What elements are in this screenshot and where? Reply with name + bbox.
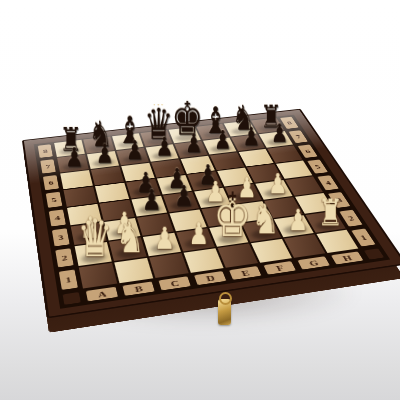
light-knight-f2[interactable]: ♞	[251, 200, 279, 239]
board-corner	[63, 292, 81, 305]
square-a6[interactable]	[60, 170, 93, 189]
square-e2[interactable]: ♚✚	[209, 224, 248, 247]
dark-pawn-d7[interactable]: ♟	[156, 135, 174, 160]
light-pawn-c2[interactable]: ♟	[154, 225, 175, 254]
square-d1[interactable]	[184, 248, 224, 273]
square-h2[interactable]: ♜	[305, 211, 345, 233]
dark-pawn-b7[interactable]: ♟	[96, 142, 114, 167]
square-d7[interactable]: ♟	[146, 144, 179, 161]
dark-pawn-c4[interactable]: ♟	[142, 187, 162, 214]
file-label-f: F	[264, 261, 297, 275]
square-b1[interactable]	[114, 258, 153, 283]
rank-label-left-6: 6	[43, 175, 59, 190]
file-label-h: H	[331, 251, 364, 264]
dark-pawn-e7[interactable]: ♟	[185, 132, 203, 156]
product-photo: 8♜♞♝♛•••♚♝♞♜87♟♟♟♟♟♟♟♟7665♟♟♟54♟♟♟♟♟43♟♟…	[0, 0, 400, 400]
rank-label-left-8: 8	[38, 144, 53, 158]
file-label-c: C	[159, 276, 191, 290]
dark-pawn-h7[interactable]: ♟	[271, 122, 289, 146]
square-g7[interactable]: ♟	[231, 134, 265, 151]
dark-pawn-d4[interactable]: ♟	[174, 183, 194, 210]
light-queen-a2[interactable]: ♛	[77, 214, 113, 263]
square-f1[interactable]	[251, 239, 292, 263]
light-pawn-d2[interactable]: ♟	[188, 220, 209, 248]
square-c2[interactable]: ♟	[143, 233, 181, 256]
chess-board: 8♜♞♝♛•••♚♝♞♜87♟♟♟♟♟♟♟♟7665♟♟♟54♟♟♟♟♟43♟♟…	[22, 109, 400, 319]
dark-pawn-c7[interactable]: ♟	[126, 138, 144, 163]
board-grid: 8♜♞♝♛•••♚♝♞♜87♟♟♟♟♟♟♟♟7665♟♟♟54♟♟♟♟♟43♟♟…	[34, 115, 390, 309]
light-pawn-g2[interactable]: ♟	[288, 207, 308, 235]
rank-label-right-1: 1	[351, 228, 375, 246]
rank-label-left-2: 2	[55, 248, 74, 267]
rank-label-left-4: 4	[49, 210, 66, 227]
rank-label-left-1: 1	[59, 269, 78, 290]
square-b2[interactable]: ♞	[109, 237, 147, 261]
square-a1[interactable]	[79, 263, 117, 289]
light-pawn-g4[interactable]: ♟	[268, 171, 287, 197]
square-d2[interactable]: ♟	[176, 228, 215, 251]
file-label-g: G	[298, 256, 331, 269]
square-f7[interactable]: ♟	[203, 138, 236, 155]
dark-pawn-f7[interactable]: ♟	[214, 128, 232, 152]
file-label-e: E	[229, 266, 261, 280]
king-dark-cross-detail: ✚	[228, 192, 236, 204]
light-knight-b2[interactable]: ♞	[116, 218, 145, 258]
file-label-b: B	[122, 281, 154, 295]
clasp-ring-icon	[219, 292, 232, 305]
file-label-a: A	[86, 287, 118, 302]
square-c1[interactable]	[149, 253, 188, 278]
board-corner	[364, 248, 384, 259]
square-d4[interactable]: ♟	[163, 192, 199, 213]
light-rook-h2[interactable]: ♜	[318, 195, 344, 230]
square-h7[interactable]: ♟	[259, 131, 293, 148]
rank-label-left-3: 3	[52, 228, 70, 246]
board-scene: 8♜♞♝♛•••♚♝♞♜87♟♟♟♟♟♟♟♟7665♟♟♟54♟♟♟♟♟43♟♟…	[34, 46, 356, 346]
dark-pawn-g7[interactable]: ♟	[243, 125, 261, 149]
square-e7[interactable]: ♟	[174, 141, 207, 158]
brass-clasp	[218, 299, 231, 325]
queen-light-tips-detail: •••	[153, 102, 165, 108]
dark-pawn-a7[interactable]: ♟	[65, 145, 83, 170]
square-a2[interactable]: ♛	[75, 242, 112, 266]
file-label-d: D	[194, 271, 226, 285]
light-king-e2[interactable]: ♚✚	[213, 192, 251, 244]
rank-label-left-5: 5	[46, 192, 63, 208]
rank-label-left-7: 7	[40, 159, 56, 173]
